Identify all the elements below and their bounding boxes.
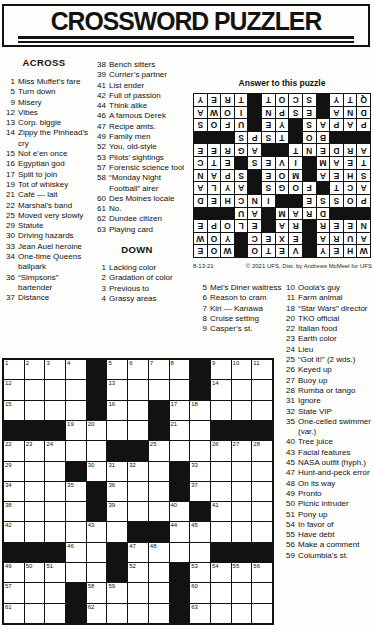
puzzle-cell[interactable]: [25, 604, 45, 623]
puzzle-cell[interactable]: [25, 462, 45, 481]
page-title: CROSSWORD PUZZLER: [6, 8, 366, 35]
puzzle-cell[interactable]: [25, 380, 45, 399]
clue-number: 47: [94, 122, 106, 132]
puzzle-cell[interactable]: 22: [4, 441, 24, 460]
puzzle-black-cell: [45, 543, 65, 562]
puzzle-cell[interactable]: 59: [107, 583, 127, 602]
cell-number: 55: [233, 563, 240, 570]
cell-number: 11: [253, 360, 259, 367]
puzzle-cell[interactable]: [190, 543, 210, 562]
puzzle-cell[interactable]: 44: [170, 522, 190, 541]
puzzle-cell[interactable]: 17: [170, 401, 190, 420]
across-clue-15: 15Not e’en once: [3, 149, 92, 159]
puzzle-cell[interactable]: [25, 583, 45, 602]
answer-letter-cell: A: [289, 208, 302, 220]
puzzle-cell[interactable]: 29: [4, 462, 24, 481]
puzzle-cell[interactable]: [107, 522, 127, 541]
puzzle-cell[interactable]: 42: [4, 522, 24, 541]
across-clue-30: 30Driving hazards: [3, 231, 92, 241]
puzzle-cell[interactable]: [170, 441, 190, 460]
puzzle-cell[interactable]: 23: [25, 441, 45, 460]
cell-number: 31: [108, 462, 115, 469]
puzzle-cell[interactable]: [45, 604, 65, 623]
answer-letter-cell: O: [344, 195, 357, 207]
across-clue-37: 37Distance: [3, 293, 92, 303]
clue-text: Grassy areas: [109, 294, 190, 304]
puzzle-black-cell: [190, 380, 210, 399]
puzzle-cell[interactable]: [252, 583, 272, 602]
clue-number: 56: [283, 540, 295, 550]
answer-letter-cell: O: [208, 119, 221, 131]
puzzle-cell[interactable]: 21: [170, 421, 190, 440]
puzzle-cell[interactable]: 61: [4, 604, 24, 623]
puzzle-cell[interactable]: [45, 462, 65, 481]
cell-number: 24: [46, 441, 53, 448]
clue-number: 9: [3, 98, 15, 108]
puzzle-cell[interactable]: [232, 604, 252, 623]
puzzle-cell[interactable]: [45, 380, 65, 399]
answer-black-cell: [262, 144, 275, 156]
puzzle-black-cell: [149, 421, 169, 440]
puzzle-cell[interactable]: [149, 604, 169, 623]
puzzle-cell[interactable]: [66, 502, 86, 521]
across-clue-9: 9Misery: [3, 98, 92, 108]
clue-number: 52: [94, 142, 106, 152]
answer-letter-cell: R: [221, 144, 234, 156]
puzzle-black-cell: [232, 421, 252, 440]
puzzle-cell[interactable]: 51: [45, 563, 65, 582]
puzzle-black-cell: [45, 421, 65, 440]
answer-letter-cell: A: [248, 144, 261, 156]
puzzle-cell[interactable]: [252, 482, 272, 501]
puzzle-cell[interactable]: [45, 502, 65, 521]
puzzle-cell[interactable]: [252, 502, 272, 521]
cell-number: 56: [253, 563, 260, 570]
puzzle-cell[interactable]: [87, 563, 107, 582]
puzzle-cell[interactable]: [107, 421, 127, 440]
clue-number: 19: [3, 180, 15, 190]
answer-letter-cell: G: [235, 144, 248, 156]
puzzle-cell[interactable]: [25, 522, 45, 541]
puzzle-cell[interactable]: [232, 380, 252, 399]
puzzle-cell[interactable]: 33: [190, 462, 210, 481]
puzzle-cell[interactable]: [128, 583, 148, 602]
cell-number: 37: [191, 482, 198, 489]
answer-letter-cell: R: [317, 220, 330, 232]
puzzle-cell[interactable]: [252, 604, 272, 623]
answer-letter-cell: E: [208, 94, 221, 106]
puzzle-cell[interactable]: 12: [4, 380, 24, 399]
puzzle-cell[interactable]: 18: [190, 401, 210, 420]
across-clue-60: 60Des Moines locale: [94, 194, 190, 204]
puzzle-cell[interactable]: [211, 482, 231, 501]
answer-letter-cell: T: [208, 157, 221, 169]
answer-letter-cell: R: [221, 94, 234, 106]
down-clue-2: 2Gradation of color: [94, 273, 190, 283]
puzzle-black-cell: [107, 441, 127, 460]
clue-number: 13: [3, 118, 15, 128]
cell-number: 18: [191, 401, 198, 408]
puzzle-cell[interactable]: [190, 421, 210, 440]
clue-text: In favor of: [298, 520, 374, 530]
answer-letter-cell: T: [276, 132, 289, 144]
puzzle-cell[interactable]: [45, 583, 65, 602]
answer-black-cell: [317, 94, 330, 106]
clue-text: Reason to cram: [210, 293, 282, 303]
cell-number: 59: [108, 583, 115, 590]
puzzle-cell[interactable]: [232, 502, 252, 521]
puzzle-cell[interactable]: [149, 583, 169, 602]
answer-letter-cell: V: [289, 245, 302, 257]
solution-grid: WHEYVETOWOEAURAEXECYOWNEERRAELOPEDRAMAUP…: [193, 93, 371, 258]
puzzle-cell[interactable]: 14: [211, 380, 231, 399]
answer-letter-cell: E: [194, 220, 207, 232]
clue-number: 33: [3, 242, 15, 252]
puzzle-cell[interactable]: [232, 482, 252, 501]
answer-letter-cell: S: [330, 195, 343, 207]
cell-number: 47: [129, 543, 136, 550]
answer-letter-cell: U: [235, 119, 248, 131]
clue-number: 18: [283, 304, 295, 314]
answer-letter-cell: E: [330, 245, 343, 257]
clue-number: 14: [3, 128, 15, 149]
answer-letter-cell: A: [194, 182, 207, 194]
answer-black-cell: [303, 220, 316, 232]
clue-text: Hunt-and-peck error: [298, 468, 374, 478]
answer-letter-cell: A: [330, 157, 343, 169]
puzzle-cell[interactable]: [170, 543, 190, 562]
across-clue-41: 41List ender: [94, 81, 190, 91]
puzzle-cell[interactable]: 25: [149, 441, 169, 460]
puzzle-cell[interactable]: 40: [170, 502, 190, 521]
puzzle-cell[interactable]: [149, 502, 169, 521]
answer-letter-cell: I: [235, 107, 248, 119]
puzzle-cell[interactable]: 63: [190, 604, 210, 623]
cell-number: 41: [212, 502, 219, 509]
puzzle-cell[interactable]: 27: [232, 441, 252, 460]
answer-letter-cell: Y: [317, 245, 330, 257]
puzzle-cell[interactable]: 24: [45, 441, 65, 460]
answer-letter-cell: E: [262, 157, 275, 169]
clue-text: “Simpsons” bartender: [18, 273, 92, 294]
puzzle-cell[interactable]: [66, 401, 86, 420]
puzzle-cell[interactable]: 57: [4, 583, 24, 602]
answer-letter-cell: O: [303, 132, 316, 144]
clue-text: Have debt: [298, 530, 374, 540]
clue-number: 11: [283, 293, 295, 303]
down-clue-49: 49Pronto: [283, 489, 374, 499]
puzzle-cell[interactable]: [128, 604, 148, 623]
across-clue-14: 14Zippy the Pinhead’s cry: [3, 128, 92, 149]
puzzle-cell[interactable]: 35: [66, 482, 86, 501]
cell-number: 51: [46, 563, 53, 570]
answer-letter-cell: Q: [357, 94, 370, 106]
cell-number: 20: [88, 421, 95, 428]
puzzle-black-cell: [4, 421, 24, 440]
answer-letter-cell: C: [235, 195, 248, 207]
puzzle-cell[interactable]: 39: [107, 502, 127, 521]
clue-number: 54: [283, 520, 295, 530]
answer-letter-cell: F: [303, 182, 316, 194]
puzzle-cell[interactable]: 3: [45, 360, 65, 379]
clue-number: 61: [94, 204, 106, 214]
answer-black-cell: [344, 208, 357, 220]
clue-number: 24: [283, 345, 295, 355]
answer-black-cell: [303, 233, 316, 245]
puzzle-cell[interactable]: [25, 482, 45, 501]
puzzle-black-cell: [170, 462, 190, 481]
answer-letter-cell: A: [344, 119, 357, 131]
puzzle-cell[interactable]: [211, 462, 231, 481]
puzzle-cell[interactable]: [190, 441, 210, 460]
across-clue-13: 13Corp. biggie: [3, 118, 92, 128]
puzzle-cell[interactable]: 26: [211, 441, 231, 460]
across-clue-1: 1Miss Muffet’s fare: [3, 77, 92, 87]
puzzle-cell[interactable]: 11: [252, 360, 272, 379]
puzzle-cell[interactable]: [66, 522, 86, 541]
clue-text: Think alike: [109, 101, 190, 111]
puzzle-cell[interactable]: [66, 441, 86, 460]
cell-number: 3: [46, 360, 49, 367]
puzzle-cell[interactable]: 8: [170, 360, 190, 379]
clue-text: Tot of whiskey: [18, 180, 92, 190]
puzzle-cell[interactable]: [232, 522, 252, 541]
answer-letter-cell: C: [248, 233, 261, 245]
puzzle-cell[interactable]: 30: [87, 462, 107, 481]
puzzle-cell[interactable]: [149, 462, 169, 481]
puzzle-cell[interactable]: [128, 421, 148, 440]
answer-letter-cell: R: [303, 208, 316, 220]
puzzle-cell[interactable]: [87, 441, 107, 460]
clue-text: Currier’s partner: [109, 70, 190, 80]
puzzle-cell[interactable]: [170, 380, 190, 399]
clue-number: 4: [94, 294, 106, 304]
puzzle-cell[interactable]: [211, 401, 231, 420]
puzzle-cell[interactable]: 9: [211, 360, 231, 379]
puzzle-cell[interactable]: 13: [107, 380, 127, 399]
puzzle-cell[interactable]: 60: [190, 583, 210, 602]
puzzle-cell[interactable]: 46: [66, 543, 86, 562]
puzzle-cell[interactable]: 19: [66, 421, 86, 440]
puzzle-cell[interactable]: [211, 522, 231, 541]
answer-black-cell: [276, 195, 289, 207]
across-clue-list-2: 38Bench sitters39Currier’s partner41List…: [94, 60, 190, 235]
puzzle-cell[interactable]: [252, 380, 272, 399]
puzzle-cell[interactable]: 56: [252, 563, 272, 582]
puzzle-cell[interactable]: [25, 502, 45, 521]
puzzle-cell[interactable]: 58: [87, 583, 107, 602]
puzzle-black-cell: [232, 543, 252, 562]
down-clue-45: 45NASA outfit (hyph.): [283, 458, 374, 468]
answer-letter-cell: E: [330, 220, 343, 232]
puzzle-cell[interactable]: 43: [87, 522, 107, 541]
puzzle-cell[interactable]: [45, 482, 65, 501]
puzzle-black-cell: [128, 441, 148, 460]
answer-black-cell: [248, 119, 261, 131]
clue-text: A famous Derek: [109, 111, 190, 121]
down-clue-1: 1Lacking color: [94, 263, 190, 273]
clue-text: Bench sitters: [109, 60, 190, 70]
clue-number: 22: [283, 324, 295, 334]
puzzle-cell[interactable]: 47: [128, 543, 148, 562]
cell-number: 13: [108, 380, 115, 387]
down-clue-4: 4Grassy areas: [94, 294, 190, 304]
clue-text: Keyed up: [298, 365, 374, 375]
puzzle-cell[interactable]: 16: [107, 401, 127, 420]
puzzle-cell[interactable]: [128, 380, 148, 399]
answer-letter-cell: A: [357, 144, 370, 156]
puzzle-cell[interactable]: 4: [66, 360, 86, 379]
answer-letter-cell: M: [276, 208, 289, 220]
cell-number: 63: [191, 604, 198, 611]
answer-letter-cell: N: [194, 170, 207, 182]
clue-text: Gradation of color: [109, 273, 190, 283]
cell-number: 61: [5, 604, 12, 611]
down-header: DOWN: [94, 244, 180, 255]
puzzle-black-cell: [25, 543, 45, 562]
answer-letter-cell: E: [317, 144, 330, 156]
puzzle-cell[interactable]: [252, 522, 272, 541]
clue-text: Mel’s Diner waitress: [210, 283, 282, 293]
puzzle-cell[interactable]: [45, 522, 65, 541]
clue-number: 25: [3, 211, 15, 221]
answer-black-cell: [194, 132, 207, 144]
clue-text: Cruise setting: [210, 314, 282, 324]
across-clue-42: 42Full of passion: [94, 91, 190, 101]
answer-letter-cell: E: [262, 119, 275, 131]
puzzle-cell[interactable]: [128, 482, 148, 501]
down-clue-25: 25“Got it!” (2 wds.): [283, 355, 374, 365]
answer-letter-cell: T: [289, 144, 302, 156]
puzzle-cell[interactable]: 7: [149, 360, 169, 379]
puzzle-cell[interactable]: [149, 563, 169, 582]
down-clue-20: 20TKO official: [283, 314, 374, 324]
puzzle-cell[interactable]: 2: [25, 360, 45, 379]
down-clue-22: 22Italian food: [283, 324, 374, 334]
answer-letter-cell: N: [262, 107, 275, 119]
answer-section-title: Answer to this puzzle: [192, 78, 372, 88]
across-header: ACROSS: [3, 57, 85, 68]
puzzle-cell[interactable]: [252, 462, 272, 481]
clue-text: Family men: [109, 132, 190, 142]
answer-letter-cell: P: [276, 107, 289, 119]
answer-black-cell: [194, 208, 207, 220]
clue-number: 46: [94, 111, 106, 121]
puzzle-cell[interactable]: [232, 401, 252, 420]
clue-number: 31: [283, 396, 295, 406]
answer-letter-cell: O: [221, 107, 234, 119]
puzzle-cell[interactable]: 20: [87, 421, 107, 440]
cell-number: 52: [129, 563, 136, 570]
puzzle-cell[interactable]: 53: [190, 563, 210, 582]
puzzle-cell[interactable]: 10: [232, 360, 252, 379]
clue-text: Turn down: [18, 87, 92, 97]
clue-number: 26: [283, 365, 295, 375]
puzzle-cell[interactable]: [128, 502, 148, 521]
puzzle-cell[interactable]: [87, 543, 107, 562]
puzzle-cell[interactable]: [25, 401, 45, 420]
puzzle-cell[interactable]: [149, 380, 169, 399]
clue-number: 28: [283, 386, 295, 396]
puzzle-cell[interactable]: 62: [87, 604, 107, 623]
puzzle-cell[interactable]: 34: [4, 482, 24, 501]
puzzle-grid: 1234567891011121314151617181920212223242…: [2, 358, 274, 625]
clue-text: Miss Muffet’s fare: [18, 77, 92, 87]
puzzle-cell[interactable]: [211, 583, 231, 602]
answer-black-cell: [344, 132, 357, 144]
puzzle-cell[interactable]: [107, 604, 127, 623]
puzzle-cell[interactable]: [232, 462, 252, 481]
puzzle-cell[interactable]: 50: [25, 563, 45, 582]
answer-letter-cell: E: [194, 245, 207, 257]
answer-letter-cell: O: [208, 245, 221, 257]
puzzle-cell[interactable]: 28: [252, 441, 272, 460]
clue-number: 60: [94, 194, 106, 204]
puzzle-cell[interactable]: 36: [107, 482, 127, 501]
puzzle-cell[interactable]: 41: [211, 502, 231, 521]
title-rule: [18, 36, 354, 43]
puzzle-cell[interactable]: 5: [107, 360, 127, 379]
puzzle-cell[interactable]: 54: [211, 563, 231, 582]
puzzle-cell[interactable]: 45: [190, 522, 210, 541]
answer-letter-cell: W: [357, 245, 370, 257]
cell-number: 40: [171, 502, 178, 509]
puzzle-cell[interactable]: [66, 380, 86, 399]
clue-number: 34: [3, 252, 15, 273]
clue-text: Kiri — Kanawa: [210, 304, 282, 314]
clue-text: Zippy the Pinhead’s cry: [18, 128, 92, 149]
puzzle-cell[interactable]: 32: [128, 462, 148, 481]
clue-number: 50: [283, 499, 295, 509]
puzzle-cell[interactable]: 15: [4, 401, 24, 420]
puzzle-cell[interactable]: [45, 401, 65, 420]
answer-black-cell: [262, 220, 275, 232]
puzzle-black-cell: [190, 502, 210, 521]
puzzle-cell[interactable]: 48: [149, 543, 169, 562]
puzzle-cell[interactable]: 38: [4, 502, 24, 521]
down-clue-list-3: 10Ooola’s guy11Farm animal18“Star Wars” …: [283, 283, 374, 561]
date-code: 8-13-21: [193, 263, 214, 269]
clue-text: List ender: [109, 81, 190, 91]
puzzle-cell[interactable]: 31: [107, 462, 127, 481]
puzzle-black-cell: [211, 421, 231, 440]
puzzle-cell[interactable]: [252, 401, 272, 420]
puzzle-cell[interactable]: 52: [128, 563, 148, 582]
puzzle-cell[interactable]: 49: [4, 563, 24, 582]
puzzle-cell[interactable]: [66, 563, 86, 582]
puzzle-cell[interactable]: 55: [232, 563, 252, 582]
answer-letter-cell: L: [235, 220, 248, 232]
puzzle-cell[interactable]: 1: [4, 360, 24, 379]
puzzle-cell[interactable]: [232, 583, 252, 602]
puzzle-cell[interactable]: 37: [190, 482, 210, 501]
cell-number: 45: [191, 522, 198, 529]
answer-letter-cell: O: [248, 245, 261, 257]
answer-letter-cell: T: [357, 157, 370, 169]
answer-letter-cell: E: [344, 220, 357, 232]
answer-letter-cell: P: [330, 119, 343, 131]
clue-text: Misery: [18, 98, 92, 108]
puzzle-black-cell: [190, 360, 210, 379]
cell-number: 6: [129, 360, 132, 367]
clue-text: Rumba or tango: [298, 386, 374, 396]
puzzle-cell[interactable]: 6: [128, 360, 148, 379]
puzzle-cell[interactable]: [149, 482, 169, 501]
down-clue-59: 59Columbia’s st.: [283, 551, 374, 561]
puzzle-cell[interactable]: [211, 604, 231, 623]
answer-letter-cell: S: [289, 107, 302, 119]
puzzle-cell[interactable]: [128, 401, 148, 420]
